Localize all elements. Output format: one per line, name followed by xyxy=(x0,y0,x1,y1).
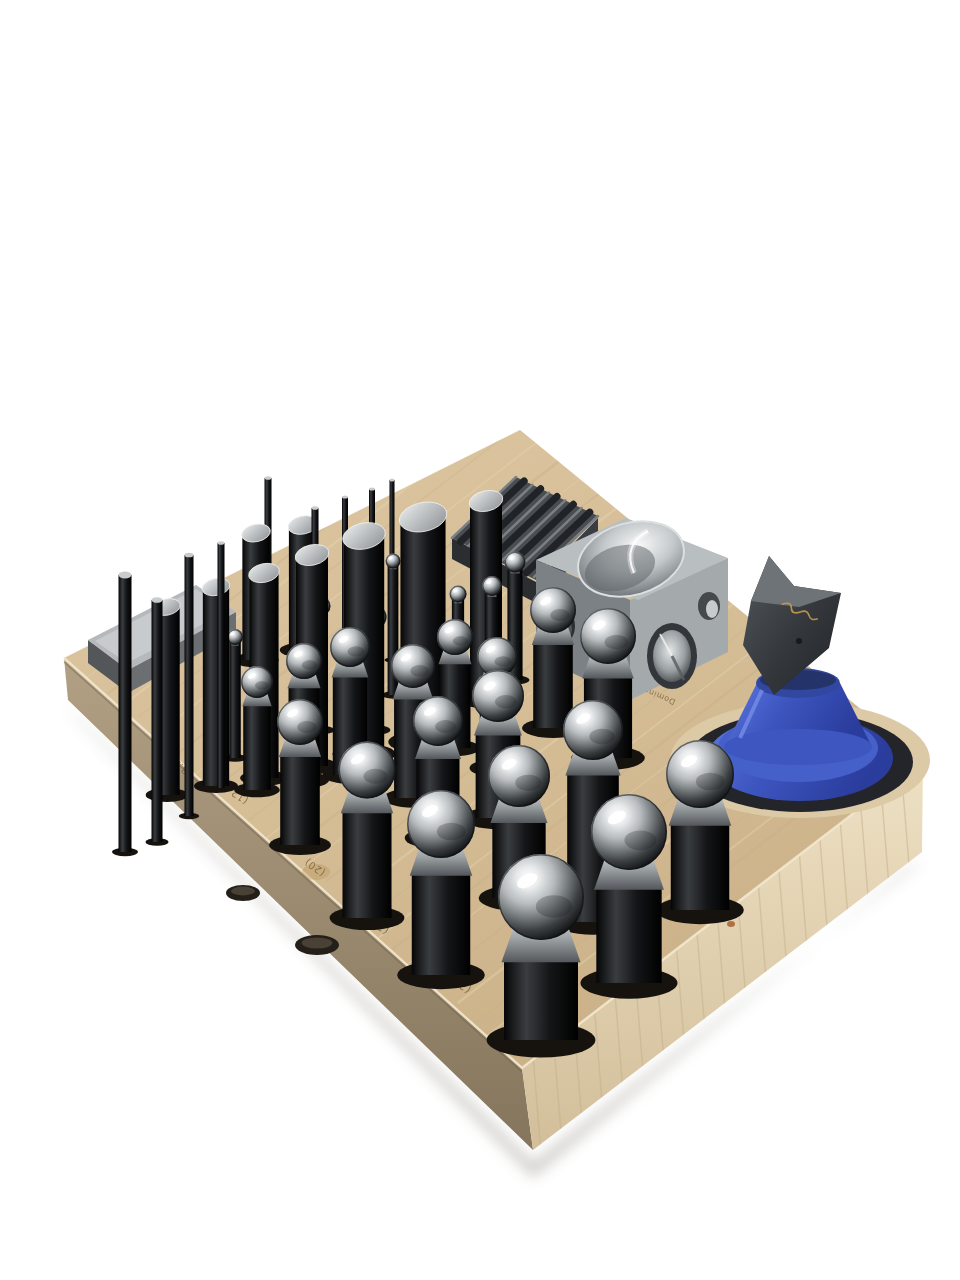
pin-flat-tip xyxy=(119,572,132,579)
pin-flat-tip xyxy=(265,476,272,480)
scene-canvas: (3.5)(12.5)(20)(21)(25)Doming Block xyxy=(0,0,960,1280)
pin-flat-tip xyxy=(218,541,225,545)
punch-shaft xyxy=(671,824,729,910)
pin-flat-tip xyxy=(312,506,319,510)
photo-dapping-punch-set: { "scene": { "type": "overhead-angle pho… xyxy=(0,0,960,1280)
pin-flat-tip xyxy=(342,495,348,498)
empty-punch-hole-inner xyxy=(302,938,333,949)
wood-stain xyxy=(727,921,735,927)
pin-flat-tip xyxy=(390,478,395,481)
punch-shaft xyxy=(342,811,391,918)
punch-ball-end xyxy=(386,554,401,569)
punch-shaft xyxy=(229,641,241,758)
pin-flat-tip xyxy=(152,597,163,603)
punch-ball-end xyxy=(450,586,467,603)
punch-shaft xyxy=(243,704,271,790)
pin-flat-tip xyxy=(185,553,194,558)
punch-shaft xyxy=(412,874,470,975)
punch-shaft xyxy=(533,643,573,728)
punch-shaft xyxy=(596,888,661,983)
pin-flat-tip xyxy=(369,487,375,490)
punch-shaft xyxy=(504,960,578,1040)
punch-shaft xyxy=(280,755,320,845)
empty-punch-hole-inner xyxy=(231,887,255,896)
punch-ball-end xyxy=(227,629,243,645)
